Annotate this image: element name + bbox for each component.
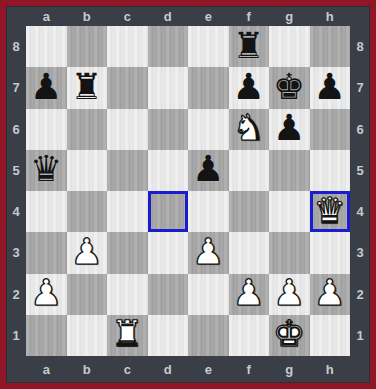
square-a7[interactable]: ♟ xyxy=(26,67,67,108)
square-g8[interactable] xyxy=(269,26,310,67)
square-c8[interactable] xyxy=(107,26,148,67)
square-g7[interactable]: ♚ xyxy=(269,67,310,108)
square-h2[interactable]: ♟ xyxy=(310,274,351,315)
square-e7[interactable] xyxy=(188,67,229,108)
rank-label-8-left: 8 xyxy=(6,26,26,67)
black-queen[interactable]: ♛ xyxy=(30,151,62,187)
square-a6[interactable] xyxy=(26,109,67,150)
white-pawn[interactable]: ♟ xyxy=(30,275,62,311)
rank-label-3-right: 3 xyxy=(350,232,370,273)
square-f2[interactable]: ♟ xyxy=(229,274,270,315)
rank-label-6-left: 6 xyxy=(6,109,26,150)
square-a1[interactable] xyxy=(26,315,67,356)
square-e2[interactable] xyxy=(188,274,229,315)
square-c5[interactable] xyxy=(107,150,148,191)
square-b2[interactable] xyxy=(67,274,108,315)
black-rook[interactable]: ♜ xyxy=(71,69,103,105)
square-b6[interactable] xyxy=(67,109,108,150)
rank-label-6-right: 6 xyxy=(350,109,370,150)
square-d4[interactable] xyxy=(148,191,189,232)
square-h6[interactable] xyxy=(310,109,351,150)
black-pawn[interactable]: ♟ xyxy=(30,69,62,105)
square-a8[interactable] xyxy=(26,26,67,67)
square-c4[interactable] xyxy=(107,191,148,232)
square-f7[interactable]: ♟ xyxy=(229,67,270,108)
square-g5[interactable] xyxy=(269,150,310,191)
corner-bottom-left xyxy=(6,356,26,383)
file-label-e-top: e xyxy=(188,6,229,26)
board-frame: abcdefgh8♜87♟♜♟♚♟76♞♟65♛♟54♛43♟♟32♟♟♟♟21… xyxy=(6,6,370,383)
black-king[interactable]: ♚ xyxy=(273,69,305,105)
square-e6[interactable] xyxy=(188,109,229,150)
white-pawn[interactable]: ♟ xyxy=(192,234,224,270)
corner-top-right xyxy=(350,6,370,26)
square-h5[interactable] xyxy=(310,150,351,191)
black-pawn[interactable]: ♟ xyxy=(314,69,346,105)
square-e3[interactable]: ♟ xyxy=(188,232,229,273)
white-pawn[interactable]: ♟ xyxy=(71,234,103,270)
black-pawn[interactable]: ♟ xyxy=(233,69,265,105)
file-label-c-top: c xyxy=(107,6,148,26)
square-g2[interactable]: ♟ xyxy=(269,274,310,315)
square-a2[interactable]: ♟ xyxy=(26,274,67,315)
rank-label-7-left: 7 xyxy=(6,67,26,108)
square-b4[interactable] xyxy=(67,191,108,232)
rank-label-5-left: 5 xyxy=(6,150,26,191)
square-b7[interactable]: ♜ xyxy=(67,67,108,108)
square-c2[interactable] xyxy=(107,274,148,315)
square-d5[interactable] xyxy=(148,150,189,191)
square-a3[interactable] xyxy=(26,232,67,273)
chess-diagram: abcdefgh8♜87♟♜♟♚♟76♞♟65♛♟54♛43♟♟32♟♟♟♟21… xyxy=(0,0,376,389)
file-label-b-top: b xyxy=(67,6,108,26)
square-d6[interactable] xyxy=(148,109,189,150)
chess-board: abcdefgh8♜87♟♜♟♚♟76♞♟65♛♟54♛43♟♟32♟♟♟♟21… xyxy=(6,6,370,383)
rank-label-4-left: 4 xyxy=(6,191,26,232)
file-label-g-bottom: g xyxy=(269,356,310,383)
square-c6[interactable] xyxy=(107,109,148,150)
file-label-d-bottom: d xyxy=(148,356,189,383)
square-b5[interactable] xyxy=(67,150,108,191)
black-pawn[interactable]: ♟ xyxy=(192,151,224,187)
rank-label-1-left: 1 xyxy=(6,315,26,356)
square-g1[interactable]: ♚ xyxy=(269,315,310,356)
square-h4[interactable]: ♛ xyxy=(310,191,351,232)
square-g4[interactable] xyxy=(269,191,310,232)
square-c7[interactable] xyxy=(107,67,148,108)
rank-label-5-right: 5 xyxy=(350,150,370,191)
square-d2[interactable] xyxy=(148,274,189,315)
square-d8[interactable] xyxy=(148,26,189,67)
rank-label-4-right: 4 xyxy=(350,191,370,232)
corner-bottom-right xyxy=(350,356,370,383)
square-e4[interactable] xyxy=(188,191,229,232)
square-b8[interactable] xyxy=(67,26,108,67)
square-h1[interactable] xyxy=(310,315,351,356)
file-label-h-bottom: h xyxy=(310,356,351,383)
square-b3[interactable]: ♟ xyxy=(67,232,108,273)
file-label-h-top: h xyxy=(310,6,351,26)
file-label-e-bottom: e xyxy=(188,356,229,383)
square-d1[interactable] xyxy=(148,315,189,356)
square-d3[interactable] xyxy=(148,232,189,273)
square-c1[interactable]: ♜ xyxy=(107,315,148,356)
square-e5[interactable]: ♟ xyxy=(188,150,229,191)
square-f5[interactable] xyxy=(229,150,270,191)
square-f1[interactable] xyxy=(229,315,270,356)
file-label-a-top: a xyxy=(26,6,67,26)
file-label-g-top: g xyxy=(269,6,310,26)
square-d7[interactable] xyxy=(148,67,189,108)
white-pawn[interactable]: ♟ xyxy=(273,275,305,311)
square-g3[interactable] xyxy=(269,232,310,273)
white-king[interactable]: ♚ xyxy=(273,316,305,352)
file-label-a-bottom: a xyxy=(26,356,67,383)
square-g6[interactable]: ♟ xyxy=(269,109,310,150)
square-c3[interactable] xyxy=(107,232,148,273)
square-e1[interactable] xyxy=(188,315,229,356)
corner-top-left xyxy=(6,6,26,26)
white-pawn[interactable]: ♟ xyxy=(233,275,265,311)
square-h8[interactable] xyxy=(310,26,351,67)
square-h3[interactable] xyxy=(310,232,351,273)
rank-label-7-right: 7 xyxy=(350,67,370,108)
square-a5[interactable]: ♛ xyxy=(26,150,67,191)
black-rook[interactable]: ♜ xyxy=(233,28,265,64)
square-f6[interactable]: ♞ xyxy=(229,109,270,150)
square-f3[interactable] xyxy=(229,232,270,273)
file-label-f-top: f xyxy=(229,6,270,26)
square-f4[interactable] xyxy=(229,191,270,232)
white-rook[interactable]: ♜ xyxy=(111,316,143,352)
square-h7[interactable]: ♟ xyxy=(310,67,351,108)
rank-label-2-right: 2 xyxy=(350,274,370,315)
file-label-f-bottom: f xyxy=(229,356,270,383)
file-label-d-top: d xyxy=(148,6,189,26)
square-f8[interactable]: ♜ xyxy=(229,26,270,67)
square-a4[interactable] xyxy=(26,191,67,232)
file-label-b-bottom: b xyxy=(67,356,108,383)
square-e8[interactable] xyxy=(188,26,229,67)
rank-label-3-left: 3 xyxy=(6,232,26,273)
rank-label-1-right: 1 xyxy=(350,315,370,356)
white-knight[interactable]: ♞ xyxy=(233,110,265,146)
square-b1[interactable] xyxy=(67,315,108,356)
white-pawn[interactable]: ♟ xyxy=(314,275,346,311)
rank-label-2-left: 2 xyxy=(6,274,26,315)
white-queen[interactable]: ♛ xyxy=(314,193,346,229)
file-label-c-bottom: c xyxy=(107,356,148,383)
rank-label-8-right: 8 xyxy=(350,26,370,67)
black-pawn[interactable]: ♟ xyxy=(273,110,305,146)
